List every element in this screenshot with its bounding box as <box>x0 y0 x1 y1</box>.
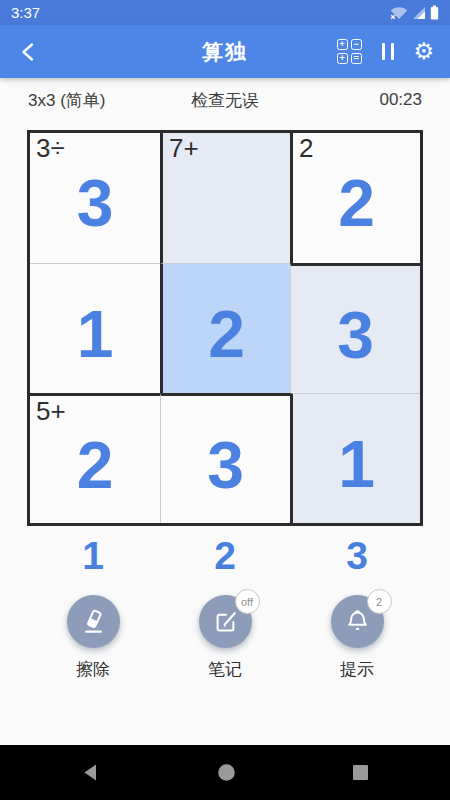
calcudoku-app-screen: 3:37 算独 + − <box>0 0 450 800</box>
erase-label: 擦除 <box>76 658 110 681</box>
home-circle-icon[interactable] <box>217 763 236 782</box>
app-bar: 算独 + − + = ⚙ <box>0 25 450 78</box>
cage-label: 5+ <box>36 397 66 427</box>
calc-grid-symbol: = <box>351 53 362 64</box>
battery-icon <box>430 5 439 20</box>
note-edit-icon <box>212 608 239 635</box>
timer: 00:23 <box>379 90 422 110</box>
android-nav-bar <box>0 745 450 800</box>
status-icons <box>390 5 439 20</box>
calc-grid-symbol: − <box>351 39 362 50</box>
bell-icon <box>344 608 371 635</box>
board-cell-r1c0[interactable]: 1 <box>30 263 160 393</box>
erase-circle[interactable] <box>67 595 120 648</box>
back-triangle-icon[interactable] <box>81 763 100 782</box>
cage-label: 7+ <box>169 134 199 164</box>
board-grid: 3÷37+221235+231 <box>27 130 423 526</box>
status-bar: 3:37 <box>0 0 450 25</box>
board-cell-r2c2[interactable]: 1 <box>290 393 420 523</box>
num-button-2[interactable]: 2 <box>159 533 291 579</box>
cell-value: 2 <box>208 291 245 367</box>
cage-label: 2 <box>299 134 313 164</box>
notes-badge: off <box>235 589 260 614</box>
num-button-3[interactable]: 3 <box>291 533 423 579</box>
signal-icon <box>412 6 426 20</box>
cell-value: 3 <box>207 422 244 498</box>
hint-badge: 2 <box>367 589 392 614</box>
eraser-icon <box>80 608 107 635</box>
cell-value: 2 <box>77 422 114 498</box>
cell-value: 1 <box>338 421 375 497</box>
hint-label: 提示 <box>340 658 374 681</box>
erase-button[interactable]: 擦除 <box>67 595 120 681</box>
recents-square-icon[interactable] <box>352 764 369 781</box>
notes-label: 笔记 <box>208 658 242 681</box>
board-cell-r0c0[interactable]: 3÷3 <box>30 133 160 263</box>
wifi-off-icon <box>390 6 408 20</box>
num-button-1[interactable]: 1 <box>27 533 159 579</box>
cell-value: 3 <box>77 160 114 236</box>
board-cell-r1c2[interactable]: 3 <box>290 263 420 393</box>
pause-icon[interactable] <box>382 43 395 60</box>
notes-button[interactable]: off 笔记 <box>199 595 252 681</box>
back-button[interactable] <box>16 39 42 65</box>
action-bar: 擦除 off 笔记 2 提示 <box>27 595 423 681</box>
board-cell-r2c0[interactable]: 5+2 <box>30 393 160 523</box>
cell-value: 1 <box>77 291 114 367</box>
board-cell-r0c1[interactable]: 7+ <box>160 133 290 263</box>
calc-grid-icon[interactable]: + − + = <box>337 39 363 65</box>
board-cell-r1c1[interactable]: 2 <box>160 263 290 393</box>
difficulty-label: 3x3 (简单) <box>28 89 105 112</box>
cell-value: 2 <box>338 160 375 236</box>
back-chevron-icon <box>18 41 40 63</box>
hint-button[interactable]: 2 提示 <box>331 595 384 681</box>
cage-label: 3÷ <box>36 134 65 164</box>
board-cell-r2c1[interactable]: 3 <box>160 393 290 523</box>
check-status: 检查无误 <box>191 89 259 112</box>
notes-circle[interactable]: off <box>199 595 252 648</box>
gear-icon[interactable]: ⚙ <box>413 40 434 63</box>
status-time: 3:37 <box>11 4 40 21</box>
hint-circle[interactable]: 2 <box>331 595 384 648</box>
board-cell-r0c2[interactable]: 22 <box>290 133 420 263</box>
calc-grid-symbol: + <box>337 53 348 64</box>
calc-grid-symbol: + <box>337 39 348 50</box>
cell-value: 3 <box>337 292 374 368</box>
number-pad: 1 2 3 <box>27 533 423 579</box>
info-bar: 3x3 (简单) 检查无误 00:23 <box>0 78 450 122</box>
page-title: 算独 <box>202 38 248 66</box>
